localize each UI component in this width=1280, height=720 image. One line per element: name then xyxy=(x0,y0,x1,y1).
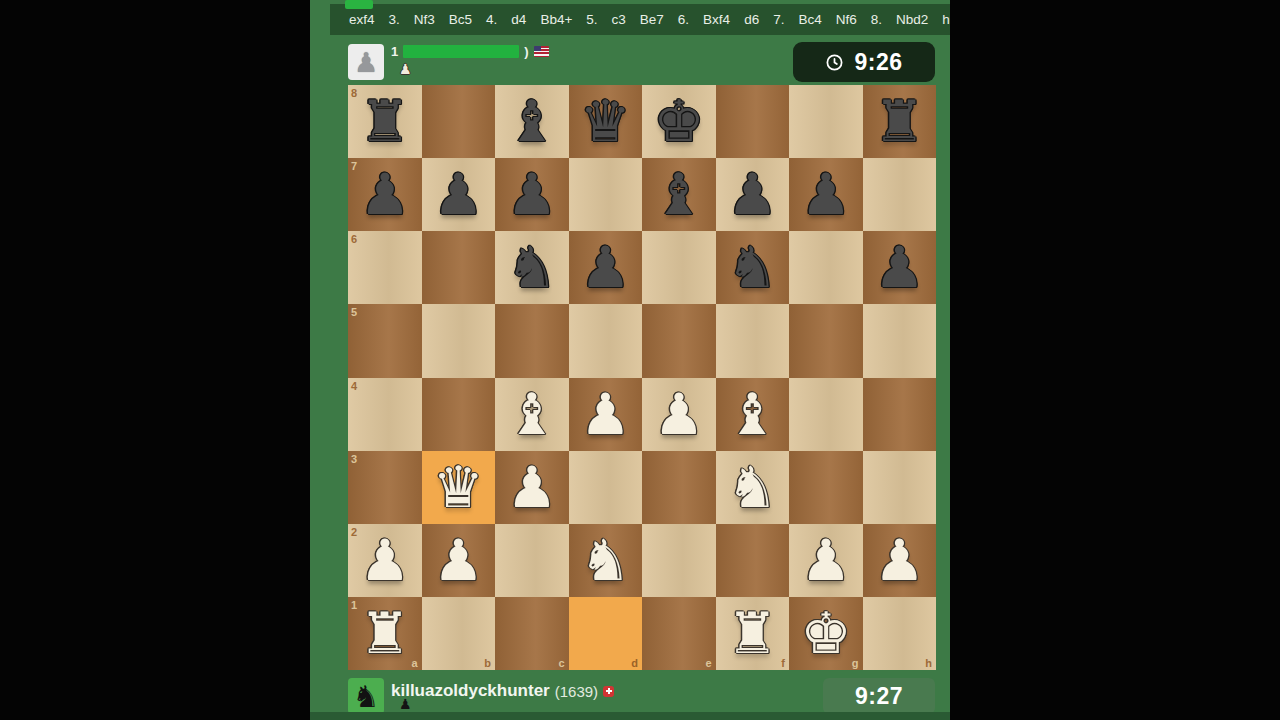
move-token[interactable]: Bc4 xyxy=(798,12,821,27)
square-h3[interactable] xyxy=(863,451,937,524)
square-b7[interactable]: ♟ xyxy=(422,158,496,231)
square-d1[interactable]: d xyxy=(569,597,643,670)
square-e6[interactable] xyxy=(642,231,716,304)
piece-white-rook[interactable]: ♜ xyxy=(716,597,790,670)
square-b1[interactable]: b xyxy=(422,597,496,670)
move-token[interactable]: Bb4+ xyxy=(540,12,572,27)
redaction-artifact xyxy=(345,0,373,9)
move-token[interactable]: 3. xyxy=(389,12,400,27)
move-token[interactable]: 8. xyxy=(871,12,882,27)
top-player-name-fragment: 1 xyxy=(391,44,398,59)
square-a4[interactable]: 4 xyxy=(348,378,422,451)
piece-white-pawn[interactable]: ♟ xyxy=(863,524,937,597)
piece-white-pawn[interactable]: ♟ xyxy=(495,451,569,524)
bottom-player-name: killuazoldyckhunter xyxy=(391,681,550,701)
bottom-player-avatar black-knight-icon[interactable]: ♞ xyxy=(348,678,384,714)
square-h5[interactable] xyxy=(863,304,937,377)
square-b4[interactable] xyxy=(422,378,496,451)
square-f3[interactable]: ♞ xyxy=(716,451,790,524)
file-label-b: b xyxy=(484,657,491,669)
piece-white-knight[interactable]: ♞ xyxy=(569,524,643,597)
rank-label-4: 4 xyxy=(351,380,357,392)
square-f1[interactable]: f♜ xyxy=(716,597,790,670)
piece-black-pawn[interactable]: ♟ xyxy=(716,158,790,231)
square-b2[interactable]: ♟ xyxy=(422,524,496,597)
square-g2[interactable]: ♟ xyxy=(789,524,863,597)
name-redaction-bar xyxy=(403,45,519,58)
file-label-e: e xyxy=(705,657,711,669)
square-e5[interactable] xyxy=(642,304,716,377)
move-token[interactable]: 7. xyxy=(773,12,784,27)
square-g4[interactable] xyxy=(789,378,863,451)
square-a6[interactable]: 6 xyxy=(348,231,422,304)
letterbox-right xyxy=(950,0,1280,720)
move-token[interactable]: c3 xyxy=(612,12,626,27)
square-a2[interactable]: 2♟ xyxy=(348,524,422,597)
piece-white-bishop[interactable]: ♝ xyxy=(495,378,569,451)
bottom-captured-pieces pawn-icon: ♟ xyxy=(399,697,412,711)
square-g5[interactable] xyxy=(789,304,863,377)
square-c8[interactable]: ♝ xyxy=(495,85,569,158)
piece-white-pawn[interactable]: ♟ xyxy=(569,378,643,451)
move-token[interactable]: Be7 xyxy=(640,12,664,27)
square-b6[interactable] xyxy=(422,231,496,304)
red-flag-icon xyxy=(603,686,614,697)
move-token[interactable]: d4 xyxy=(511,12,526,27)
square-a7[interactable]: 7♟ xyxy=(348,158,422,231)
rank-label-3: 3 xyxy=(351,453,357,465)
square-b5[interactable] xyxy=(422,304,496,377)
square-e8[interactable]: ♚ xyxy=(642,85,716,158)
square-h8[interactable]: ♜ xyxy=(863,85,937,158)
piece-black-king[interactable]: ♚ xyxy=(642,85,716,158)
bottom-player-name-row[interactable]: killuazoldyckhunter (1639) xyxy=(391,681,614,701)
square-h4[interactable] xyxy=(863,378,937,451)
square-e1[interactable]: e xyxy=(642,597,716,670)
top-player-name-row[interactable]: 1 ) xyxy=(391,44,549,59)
square-e7[interactable]: ♝ xyxy=(642,158,716,231)
piece-white-king[interactable]: ♚ xyxy=(789,597,863,670)
square-a5[interactable]: 5 xyxy=(348,304,422,377)
piece-white-pawn[interactable]: ♟ xyxy=(422,524,496,597)
video-frame: exf43.Nf3Bc54.d4Bb4+5.c3Be76.Bxf4d67.Bc4… xyxy=(0,0,1280,720)
square-a3[interactable]: 3 xyxy=(348,451,422,524)
square-f2[interactable] xyxy=(716,524,790,597)
file-label-c: c xyxy=(558,657,564,669)
move-token[interactable]: Nbd2 xyxy=(896,12,928,27)
square-f8[interactable] xyxy=(716,85,790,158)
app-panel: exf43.Nf3Bc54.d4Bb4+5.c3Be76.Bxf4d67.Bc4… xyxy=(310,0,950,720)
piece-white-pawn[interactable]: ♟ xyxy=(348,524,422,597)
square-f5[interactable] xyxy=(716,304,790,377)
letterbox-left xyxy=(0,0,310,720)
bottom-player-rating: (1639) xyxy=(555,683,598,700)
piece-white-bishop[interactable]: ♝ xyxy=(716,378,790,451)
piece-black-pawn[interactable]: ♟ xyxy=(422,158,496,231)
move-token[interactable]: Nf3 xyxy=(414,12,435,27)
top-player-name-fragment-suffix: ) xyxy=(524,44,528,59)
square-c2[interactable] xyxy=(495,524,569,597)
square-d6[interactable]: ♟ xyxy=(569,231,643,304)
piece-black-knight[interactable]: ♞ xyxy=(716,231,790,304)
square-a8[interactable]: 8♜ xyxy=(348,85,422,158)
top-captured-pieces pawn-icon: ♟ xyxy=(399,62,412,76)
piece-white-pawn[interactable]: ♟ xyxy=(642,378,716,451)
us-flag-icon xyxy=(534,46,549,57)
piece-black-knight[interactable]: ♞ xyxy=(495,231,569,304)
square-d8[interactable]: ♛ xyxy=(569,85,643,158)
file-label-d: d xyxy=(631,657,638,669)
move-token[interactable]: d6 xyxy=(744,12,759,27)
bottom-bar xyxy=(310,712,950,720)
move-token[interactable]: exf4 xyxy=(349,12,375,27)
piece-black-queen[interactable]: ♛ xyxy=(569,85,643,158)
square-e4[interactable]: ♟ xyxy=(642,378,716,451)
square-g1[interactable]: g♚ xyxy=(789,597,863,670)
move-list: exf43.Nf3Bc54.d4Bb4+5.c3Be76.Bxf4d67.Bc4… xyxy=(330,4,950,35)
square-d5[interactable] xyxy=(569,304,643,377)
square-f6[interactable]: ♞ xyxy=(716,231,790,304)
square-h2[interactable]: ♟ xyxy=(863,524,937,597)
piece-white-rook[interactable]: ♜ xyxy=(348,597,422,670)
piece-black-rook[interactable]: ♜ xyxy=(348,85,422,158)
rank-label-5: 5 xyxy=(351,306,357,318)
piece-black-pawn[interactable]: ♟ xyxy=(863,231,937,304)
move-token[interactable]: Bxf4 xyxy=(703,12,730,27)
square-c3[interactable]: ♟ xyxy=(495,451,569,524)
move-token[interactable]: h6 xyxy=(942,12,950,27)
square-c1[interactable]: c xyxy=(495,597,569,670)
file-label-h: h xyxy=(925,657,932,669)
move-token[interactable]: 4. xyxy=(486,12,497,27)
square-c5[interactable] xyxy=(495,304,569,377)
chess-board: 8♜♝♛♚♜7♟♟♟♝♟♟6♞♟♞♟54♝♟♟♝3♛♟♞2♟♟♞♟♟1a♜bcd… xyxy=(348,85,936,670)
square-g6[interactable] xyxy=(789,231,863,304)
move-token[interactable]: Nf6 xyxy=(836,12,857,27)
square-d2[interactable]: ♞ xyxy=(569,524,643,597)
move-token[interactable]: Bc5 xyxy=(449,12,472,27)
bottom-clock-time: 9:27 xyxy=(855,683,903,710)
top-player-avatar white-pawn-icon[interactable]: ♟ xyxy=(348,44,384,80)
clock-icon xyxy=(825,53,844,72)
square-g3[interactable] xyxy=(789,451,863,524)
rank-label-6: 6 xyxy=(351,233,357,245)
move-token[interactable]: 6. xyxy=(678,12,689,27)
square-g8[interactable] xyxy=(789,85,863,158)
bottom-player-clock: 9:27 xyxy=(823,678,935,714)
square-f4[interactable]: ♝ xyxy=(716,378,790,451)
square-c6[interactable]: ♞ xyxy=(495,231,569,304)
piece-white-knight[interactable]: ♞ xyxy=(716,451,790,524)
square-g7[interactable]: ♟ xyxy=(789,158,863,231)
top-player-clock: 9:26 xyxy=(793,42,935,82)
square-c7[interactable]: ♟ xyxy=(495,158,569,231)
square-f7[interactable]: ♟ xyxy=(716,158,790,231)
piece-black-pawn[interactable]: ♟ xyxy=(789,158,863,231)
move-token[interactable]: 5. xyxy=(586,12,597,27)
piece-black-bishop[interactable]: ♝ xyxy=(495,85,569,158)
square-d4[interactable]: ♟ xyxy=(569,378,643,451)
square-b3[interactable]: ♛ xyxy=(422,451,496,524)
square-d7[interactable] xyxy=(569,158,643,231)
piece-black-pawn[interactable]: ♟ xyxy=(495,158,569,231)
square-b8[interactable] xyxy=(422,85,496,158)
square-h1[interactable]: h xyxy=(863,597,937,670)
piece-black-rook[interactable]: ♜ xyxy=(863,85,937,158)
top-clock-time: 9:26 xyxy=(854,49,902,76)
square-e2[interactable] xyxy=(642,524,716,597)
square-e3[interactable] xyxy=(642,451,716,524)
piece-white-pawn[interactable]: ♟ xyxy=(789,524,863,597)
square-d3[interactable] xyxy=(569,451,643,524)
piece-black-pawn[interactable]: ♟ xyxy=(348,158,422,231)
piece-black-pawn[interactable]: ♟ xyxy=(569,231,643,304)
square-h7[interactable] xyxy=(863,158,937,231)
square-h6[interactable]: ♟ xyxy=(863,231,937,304)
piece-black-bishop[interactable]: ♝ xyxy=(642,158,716,231)
piece-white-queen[interactable]: ♛ xyxy=(422,451,496,524)
square-c4[interactable]: ♝ xyxy=(495,378,569,451)
square-a1[interactable]: 1a♜ xyxy=(348,597,422,670)
